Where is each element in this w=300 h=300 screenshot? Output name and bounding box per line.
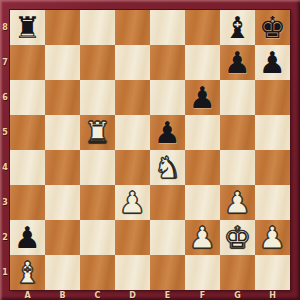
square-a4[interactable] xyxy=(10,150,45,185)
square-d8[interactable] xyxy=(115,10,150,45)
file-label-D: D xyxy=(115,290,150,300)
square-c3[interactable] xyxy=(80,185,115,220)
square-b3[interactable] xyxy=(45,185,80,220)
rank-label-2: 2 xyxy=(0,220,10,255)
square-f2[interactable]: ♟ xyxy=(185,220,220,255)
white-rook: ♜ xyxy=(84,115,111,150)
square-c8[interactable] xyxy=(80,10,115,45)
black-pawn: ♟ xyxy=(154,115,181,150)
square-d5[interactable] xyxy=(115,115,150,150)
chess-board: ♜♝♚♟♟♟♜♟♞♟♟♟♟♚♟♝ xyxy=(10,10,290,290)
square-e8[interactable] xyxy=(150,10,185,45)
square-d6[interactable] xyxy=(115,80,150,115)
file-label-A: A xyxy=(10,290,45,300)
white-pawn: ♟ xyxy=(189,220,216,255)
black-king: ♚ xyxy=(259,10,286,45)
black-pawn: ♟ xyxy=(189,80,216,115)
square-e3[interactable] xyxy=(150,185,185,220)
square-a7[interactable] xyxy=(10,45,45,80)
square-h5[interactable] xyxy=(255,115,290,150)
square-a3[interactable] xyxy=(10,185,45,220)
square-b4[interactable] xyxy=(45,150,80,185)
square-b7[interactable] xyxy=(45,45,80,80)
square-c1[interactable] xyxy=(80,255,115,290)
square-g8[interactable]: ♝ xyxy=(220,10,255,45)
square-b2[interactable] xyxy=(45,220,80,255)
square-e5[interactable]: ♟ xyxy=(150,115,185,150)
square-h3[interactable] xyxy=(255,185,290,220)
white-king: ♚ xyxy=(224,220,251,255)
square-b8[interactable] xyxy=(45,10,80,45)
square-f8[interactable] xyxy=(185,10,220,45)
square-f3[interactable] xyxy=(185,185,220,220)
square-d3[interactable]: ♟ xyxy=(115,185,150,220)
square-g1[interactable] xyxy=(220,255,255,290)
white-pawn: ♟ xyxy=(119,185,146,220)
black-pawn: ♟ xyxy=(259,45,286,80)
square-e1[interactable] xyxy=(150,255,185,290)
square-b1[interactable] xyxy=(45,255,80,290)
square-b6[interactable] xyxy=(45,80,80,115)
file-label-G: G xyxy=(220,290,255,300)
black-rook: ♜ xyxy=(14,10,41,45)
rank-label-6: 6 xyxy=(0,80,10,115)
black-pawn: ♟ xyxy=(224,45,251,80)
black-bishop: ♝ xyxy=(224,10,251,45)
file-label-B: B xyxy=(45,290,80,300)
square-g7[interactable]: ♟ xyxy=(220,45,255,80)
square-e7[interactable] xyxy=(150,45,185,80)
square-f4[interactable] xyxy=(185,150,220,185)
file-label-E: E xyxy=(150,290,185,300)
square-c4[interactable] xyxy=(80,150,115,185)
square-a1[interactable]: ♝ xyxy=(10,255,45,290)
square-g5[interactable] xyxy=(220,115,255,150)
square-c7[interactable] xyxy=(80,45,115,80)
square-h6[interactable] xyxy=(255,80,290,115)
square-a2[interactable]: ♟ xyxy=(10,220,45,255)
file-label-F: F xyxy=(185,290,220,300)
white-pawn: ♟ xyxy=(259,220,286,255)
black-pawn: ♟ xyxy=(14,220,41,255)
square-d7[interactable] xyxy=(115,45,150,80)
square-h4[interactable] xyxy=(255,150,290,185)
white-bishop: ♝ xyxy=(14,255,41,290)
square-c2[interactable] xyxy=(80,220,115,255)
square-a8[interactable]: ♜ xyxy=(10,10,45,45)
square-d2[interactable] xyxy=(115,220,150,255)
rank-label-3: 3 xyxy=(0,185,10,220)
square-f5[interactable] xyxy=(185,115,220,150)
square-a5[interactable] xyxy=(10,115,45,150)
chess-diagram: ♜♝♚♟♟♟♜♟♞♟♟♟♟♚♟♝ 87654321 ABCDEFGH xyxy=(0,0,300,300)
square-e2[interactable] xyxy=(150,220,185,255)
rank-label-5: 5 xyxy=(0,115,10,150)
rank-label-8: 8 xyxy=(0,10,10,45)
white-knight: ♞ xyxy=(154,150,181,185)
square-d1[interactable] xyxy=(115,255,150,290)
square-g3[interactable]: ♟ xyxy=(220,185,255,220)
square-h2[interactable]: ♟ xyxy=(255,220,290,255)
square-a6[interactable] xyxy=(10,80,45,115)
file-label-H: H xyxy=(255,290,290,300)
square-g4[interactable] xyxy=(220,150,255,185)
square-b5[interactable] xyxy=(45,115,80,150)
file-label-C: C xyxy=(80,290,115,300)
rank-label-1: 1 xyxy=(0,255,10,290)
white-pawn: ♟ xyxy=(224,185,251,220)
square-g2[interactable]: ♚ xyxy=(220,220,255,255)
rank-label-4: 4 xyxy=(0,150,10,185)
square-f7[interactable] xyxy=(185,45,220,80)
square-g6[interactable] xyxy=(220,80,255,115)
square-d4[interactable] xyxy=(115,150,150,185)
square-f6[interactable]: ♟ xyxy=(185,80,220,115)
square-f1[interactable] xyxy=(185,255,220,290)
rank-label-7: 7 xyxy=(0,45,10,80)
square-c6[interactable] xyxy=(80,80,115,115)
square-e4[interactable]: ♞ xyxy=(150,150,185,185)
square-h7[interactable]: ♟ xyxy=(255,45,290,80)
square-c5[interactable]: ♜ xyxy=(80,115,115,150)
square-e6[interactable] xyxy=(150,80,185,115)
square-h1[interactable] xyxy=(255,255,290,290)
square-h8[interactable]: ♚ xyxy=(255,10,290,45)
